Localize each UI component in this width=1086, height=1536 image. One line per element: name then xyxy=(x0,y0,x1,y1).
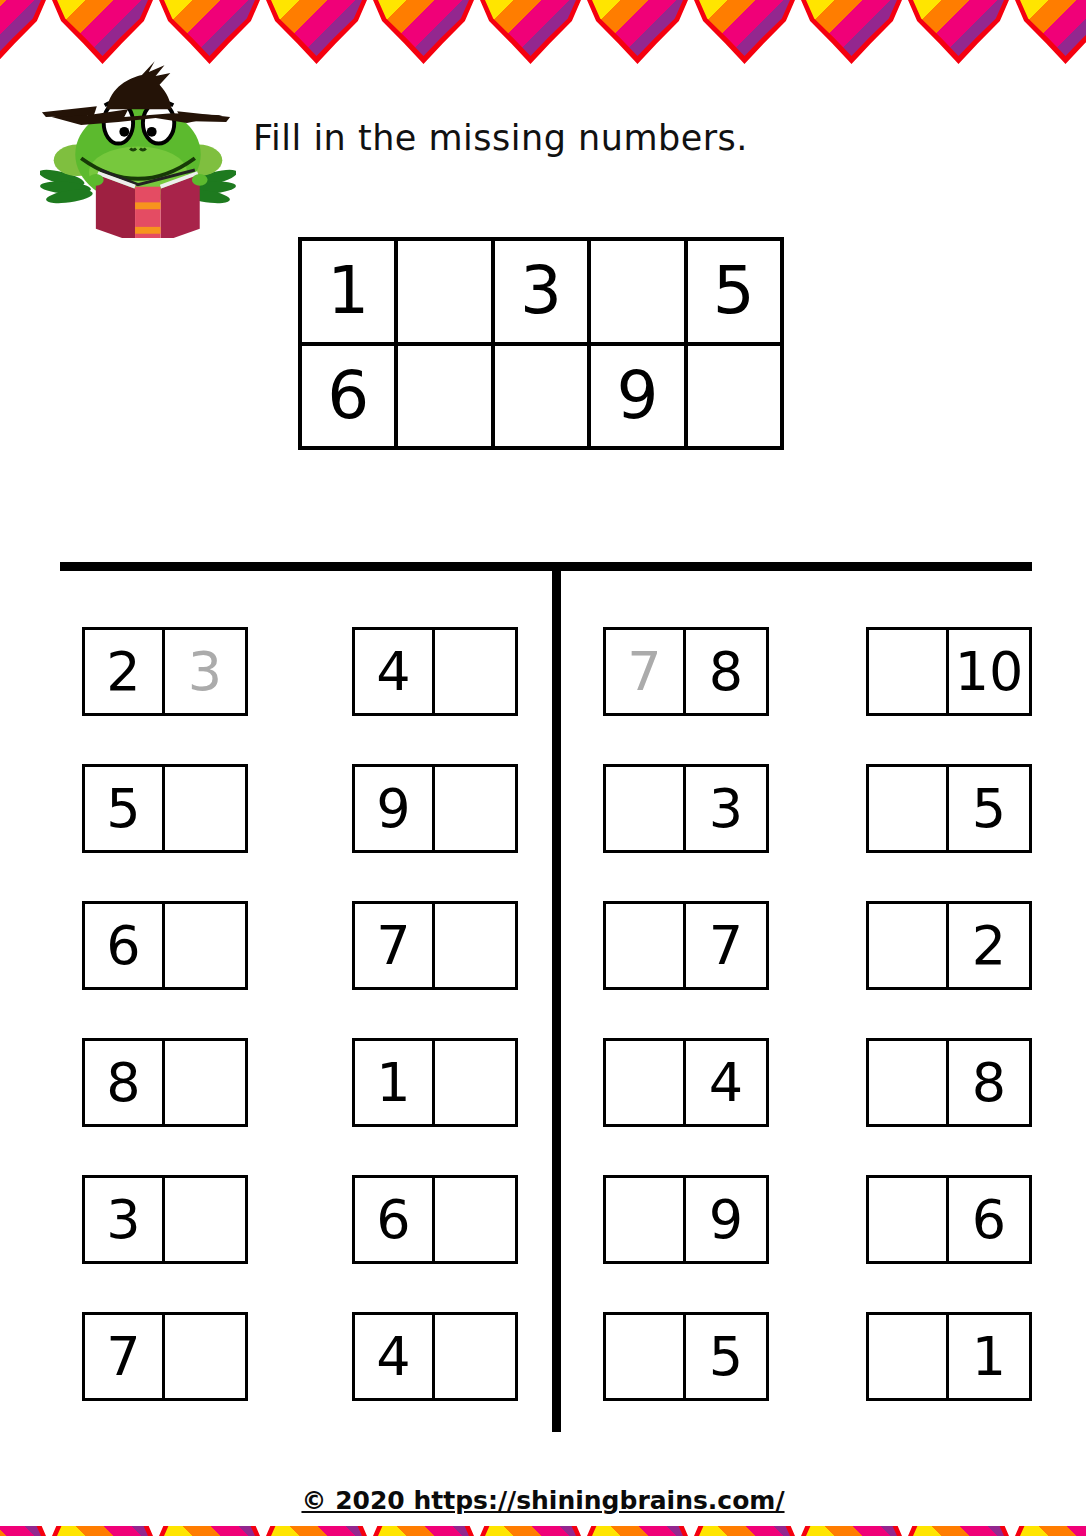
pair-cell-given: 8 xyxy=(686,630,766,713)
pennant-stripes xyxy=(806,1526,897,1536)
pair-cell-blank[interactable] xyxy=(606,1315,686,1398)
pennant-stripes xyxy=(57,0,148,56)
pair-cell-given: 5 xyxy=(85,767,165,850)
pair-column-4: 1052861 xyxy=(866,627,1032,1401)
pair-cell-blank[interactable] xyxy=(435,1041,515,1124)
pennant-stripes xyxy=(1020,0,1086,56)
pennant-stripes xyxy=(271,0,362,56)
pair-cell-blank[interactable] xyxy=(435,630,515,713)
pair-cell-given: 3 xyxy=(686,767,766,850)
pair-box: 78 xyxy=(603,627,769,716)
pennant-flag xyxy=(801,1526,902,1536)
pair-box: 9 xyxy=(352,764,518,853)
sequence-cell-given: 9 xyxy=(591,346,683,447)
pennant-stripes xyxy=(592,1526,683,1536)
pennant-flag xyxy=(480,0,581,64)
pair-cell-given: 3 xyxy=(85,1178,165,1261)
pair-box: 1 xyxy=(352,1038,518,1127)
pennant-flag xyxy=(694,0,795,64)
pair-cell-given: 8 xyxy=(85,1041,165,1124)
pennant-stripes xyxy=(378,0,469,56)
pennant-flag xyxy=(159,1526,260,1536)
pennant-stripes xyxy=(164,0,255,56)
pair-box: 9 xyxy=(603,1175,769,1264)
pair-cell-blank[interactable] xyxy=(606,904,686,987)
copyright-link[interactable]: © 2020 https://shiningbrains.com/ xyxy=(0,1486,1086,1515)
pennant-flag xyxy=(373,0,474,64)
pair-box: 4 xyxy=(352,627,518,716)
pair-box: 1 xyxy=(866,1312,1032,1401)
sequence-cell-blank[interactable] xyxy=(398,346,490,447)
pair-box: 6 xyxy=(352,1175,518,1264)
pair-cell-blank[interactable] xyxy=(165,904,245,987)
pair-box: 6 xyxy=(866,1175,1032,1264)
pennant-flag xyxy=(587,1526,688,1536)
pennant-stripes xyxy=(271,1526,362,1536)
pair-cell-blank[interactable] xyxy=(165,767,245,850)
bunting-banner-top xyxy=(0,0,1086,64)
pennant-flag xyxy=(52,0,153,64)
pennant-stripes xyxy=(485,0,576,56)
pair-cell-given: 2 xyxy=(949,904,1029,987)
sequence-cell-blank[interactable] xyxy=(688,346,780,447)
pair-box: 5 xyxy=(82,764,248,853)
pair-cell-given: 5 xyxy=(949,767,1029,850)
pennant-stripes xyxy=(0,1526,41,1536)
pair-box: 7 xyxy=(82,1312,248,1401)
sequence-cell-blank[interactable] xyxy=(591,241,683,342)
divider-horizontal xyxy=(60,562,1032,571)
pair-cell-blank[interactable] xyxy=(435,1178,515,1261)
pair-box: 8 xyxy=(866,1038,1032,1127)
pair-cell-blank[interactable] xyxy=(869,904,949,987)
pennant-flag xyxy=(908,0,1009,64)
bunting-row-top xyxy=(0,0,1086,64)
pennant-stripes xyxy=(913,1526,1004,1536)
pair-cell-given: 2 xyxy=(85,630,165,713)
pair-box: 6 xyxy=(82,901,248,990)
pennant-flag xyxy=(266,1526,367,1536)
bunting-banner-bottom xyxy=(0,1526,1086,1536)
sequence-cell-given: 1 xyxy=(302,241,394,342)
pennant-flag xyxy=(0,1526,46,1536)
pair-cell-given: 6 xyxy=(85,904,165,987)
pair-column-2: 497164 xyxy=(352,627,518,1401)
pair-box: 4 xyxy=(352,1312,518,1401)
sequence-grid: 13569 xyxy=(298,237,784,450)
pair-cell-blank[interactable] xyxy=(435,767,515,850)
pennant-stripes xyxy=(806,0,897,56)
pennant-flag xyxy=(587,0,688,64)
pair-cell-given: 6 xyxy=(949,1178,1029,1261)
pair-box: 7 xyxy=(603,901,769,990)
pennant-flag xyxy=(373,1526,474,1536)
pair-box: 7 xyxy=(352,901,518,990)
pennant-stripes xyxy=(592,0,683,56)
pair-cell-blank[interactable] xyxy=(165,1315,245,1398)
sequence-cell-given: 5 xyxy=(688,241,780,342)
pair-cell-blank[interactable] xyxy=(869,1178,949,1261)
frog-wizard-mascot xyxy=(40,56,236,238)
pair-cell-given: 8 xyxy=(949,1041,1029,1124)
pennant-stripes xyxy=(699,1526,790,1536)
pair-box: 5 xyxy=(866,764,1032,853)
pennant-stripes xyxy=(57,1526,148,1536)
pennant-flag xyxy=(908,1526,1009,1536)
pair-cell-hint: 3 xyxy=(165,630,245,713)
pair-cell-given: 5 xyxy=(686,1315,766,1398)
pair-cell-given: 4 xyxy=(355,1315,435,1398)
pennant-stripes xyxy=(164,1526,255,1536)
pair-box: 3 xyxy=(603,764,769,853)
pair-cell-given: 7 xyxy=(355,904,435,987)
pair-cell-given: 1 xyxy=(355,1041,435,1124)
pair-cell-blank[interactable] xyxy=(606,767,686,850)
pennant-flag xyxy=(266,0,367,64)
pennant-flag xyxy=(694,1526,795,1536)
pair-cell-given: 9 xyxy=(355,767,435,850)
pair-box: 2 xyxy=(866,901,1032,990)
pair-column-3: 7837495 xyxy=(603,627,769,1401)
pair-cell-given: 4 xyxy=(686,1041,766,1124)
pennant-flag xyxy=(801,0,902,64)
pair-cell-blank[interactable] xyxy=(435,904,515,987)
pair-box: 8 xyxy=(82,1038,248,1127)
sequence-cell-blank[interactable] xyxy=(398,241,490,342)
pair-box: 3 xyxy=(82,1175,248,1264)
pennant-stripes xyxy=(913,0,1004,56)
pair-box: 4 xyxy=(603,1038,769,1127)
pair-box: 10 xyxy=(866,627,1032,716)
pair-cell-hint: 7 xyxy=(606,630,686,713)
pair-cell-blank[interactable] xyxy=(869,630,949,713)
pennant-stripes xyxy=(699,0,790,56)
pair-box: 23 xyxy=(82,627,248,716)
pennant-flag xyxy=(52,1526,153,1536)
sequence-cell-given: 6 xyxy=(302,346,394,447)
pair-cell-given: 6 xyxy=(355,1178,435,1261)
pair-column-1: 2356837 xyxy=(82,627,248,1401)
pennant-flag xyxy=(1015,0,1086,64)
pennant-stripes xyxy=(485,1526,576,1536)
pennant-flag xyxy=(480,1526,581,1536)
pair-cell-given: 7 xyxy=(686,904,766,987)
pair-cell-blank[interactable] xyxy=(165,1178,245,1261)
pennant-stripes xyxy=(1020,1526,1086,1536)
pennant-stripes xyxy=(0,0,41,56)
pennant-stripes xyxy=(378,1526,469,1536)
pair-cell-given: 1 xyxy=(949,1315,1029,1398)
pair-cell-blank[interactable] xyxy=(606,1041,686,1124)
bunting-row-bottom xyxy=(0,1526,1086,1536)
divider-vertical xyxy=(552,562,561,1432)
pair-box: 5 xyxy=(603,1312,769,1401)
pair-cell-blank[interactable] xyxy=(606,1178,686,1261)
pair-cell-blank[interactable] xyxy=(869,1315,949,1398)
pair-cell-given: 10 xyxy=(949,630,1029,713)
pair-cell-given: 7 xyxy=(85,1315,165,1398)
worksheet-page: Fill in the missing numbers. 13569 23568… xyxy=(0,0,1086,1536)
sequence-cell-blank[interactable] xyxy=(495,346,587,447)
pair-cell-blank[interactable] xyxy=(165,1041,245,1124)
pair-cell-blank[interactable] xyxy=(435,1315,515,1398)
pair-cell-given: 4 xyxy=(355,630,435,713)
pennant-flag xyxy=(0,0,46,64)
page-title: Fill in the missing numbers. xyxy=(253,118,748,158)
pennant-flag xyxy=(159,0,260,64)
pair-cell-blank[interactable] xyxy=(869,1041,949,1124)
sequence-cell-given: 3 xyxy=(495,241,587,342)
pair-cell-given: 9 xyxy=(686,1178,766,1261)
pennant-flag xyxy=(1015,1526,1086,1536)
pair-cell-blank[interactable] xyxy=(869,767,949,850)
